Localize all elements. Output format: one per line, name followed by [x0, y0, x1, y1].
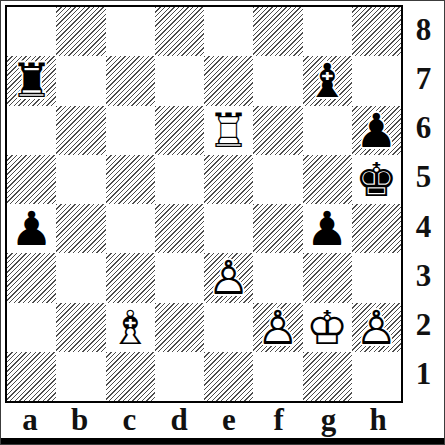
square-f8[interactable]: [253, 7, 302, 56]
square-d3[interactable]: [155, 253, 204, 302]
rank-label-6: 6: [403, 104, 444, 153]
black-pawn-glyph: ♟: [7, 204, 56, 253]
square-g2[interactable]: ♚♔: [303, 303, 352, 352]
square-c4[interactable]: [106, 204, 155, 253]
square-g6[interactable]: [303, 106, 352, 155]
rank-label-5: 5: [403, 153, 444, 202]
square-c3[interactable]: [106, 253, 155, 302]
square-b1[interactable]: [56, 352, 105, 401]
file-label-b: b: [55, 403, 105, 437]
square-b6[interactable]: [56, 106, 105, 155]
rank-label-8: 8: [403, 5, 444, 54]
square-c8[interactable]: [106, 7, 155, 56]
white-bishop-outline-glyph: ♗: [106, 303, 155, 352]
square-c1[interactable]: [106, 352, 155, 401]
square-c7[interactable]: [106, 56, 155, 105]
square-h2[interactable]: ♟♙: [352, 303, 401, 352]
square-d5[interactable]: [155, 155, 204, 204]
white-pawn[interactable]: ♟♙: [352, 303, 401, 352]
bottom-divider-bar: [0, 438, 445, 445]
white-pawn-outline-glyph: ♙: [253, 303, 302, 352]
square-a2[interactable]: [7, 303, 56, 352]
rank-label-4: 4: [403, 202, 444, 251]
square-b2[interactable]: [56, 303, 105, 352]
square-e2[interactable]: [204, 303, 253, 352]
square-h8[interactable]: [352, 7, 401, 56]
square-c6[interactable]: [106, 106, 155, 155]
square-h4[interactable]: [352, 204, 401, 253]
square-f3[interactable]: [253, 253, 302, 302]
square-c5[interactable]: [106, 155, 155, 204]
board: ♜♝♜♖♟♚♟♟♟♙♝♗♟♙♚♔♟♙: [5, 5, 403, 403]
square-e8[interactable]: [204, 7, 253, 56]
square-g4[interactable]: ♟: [303, 204, 352, 253]
black-rook[interactable]: ♜: [7, 56, 56, 105]
square-b5[interactable]: [56, 155, 105, 204]
square-a8[interactable]: [7, 7, 56, 56]
file-label-a: a: [5, 403, 55, 437]
white-pawn[interactable]: ♟♙: [253, 303, 302, 352]
square-c2[interactable]: ♝♗: [106, 303, 155, 352]
square-f2[interactable]: ♟♙: [253, 303, 302, 352]
square-b4[interactable]: [56, 204, 105, 253]
file-label-d: d: [154, 403, 204, 437]
white-pawn-outline-glyph: ♙: [204, 253, 253, 302]
square-f1[interactable]: [253, 352, 302, 401]
square-a5[interactable]: [7, 155, 56, 204]
square-e5[interactable]: [204, 155, 253, 204]
black-pawn-glyph: ♟: [303, 204, 352, 253]
square-d2[interactable]: [155, 303, 204, 352]
square-g1[interactable]: [303, 352, 352, 401]
file-label-e: e: [204, 403, 254, 437]
white-rook-outline-glyph: ♖: [204, 106, 253, 155]
file-label-g: g: [304, 403, 354, 437]
black-pawn[interactable]: ♟: [7, 204, 56, 253]
square-a4[interactable]: ♟: [7, 204, 56, 253]
square-f7[interactable]: [253, 56, 302, 105]
square-e1[interactable]: [204, 352, 253, 401]
square-b8[interactable]: [56, 7, 105, 56]
file-label-c: c: [105, 403, 155, 437]
square-d4[interactable]: [155, 204, 204, 253]
white-pawn-outline-glyph: ♙: [352, 303, 401, 352]
square-h7[interactable]: [352, 56, 401, 105]
white-rook[interactable]: ♜♖: [204, 106, 253, 155]
square-f5[interactable]: [253, 155, 302, 204]
square-g5[interactable]: [303, 155, 352, 204]
square-a1[interactable]: [7, 352, 56, 401]
square-h6[interactable]: ♟: [352, 106, 401, 155]
square-g7[interactable]: ♝: [303, 56, 352, 105]
square-e4[interactable]: [204, 204, 253, 253]
square-h1[interactable]: [352, 352, 401, 401]
square-b3[interactable]: [56, 253, 105, 302]
square-d7[interactable]: [155, 56, 204, 105]
white-king-outline-glyph: ♔: [303, 303, 352, 352]
rank-label-2: 2: [403, 301, 444, 350]
square-e7[interactable]: [204, 56, 253, 105]
black-bishop-glyph: ♝: [303, 56, 352, 105]
square-e3[interactable]: ♟♙: [204, 253, 253, 302]
black-rook-glyph: ♜: [7, 56, 56, 105]
square-d8[interactable]: [155, 7, 204, 56]
black-pawn[interactable]: ♟: [352, 106, 401, 155]
square-d6[interactable]: [155, 106, 204, 155]
rank-labels: 8 7 6 5 4 3 2 1: [403, 5, 444, 399]
black-king-glyph: ♚: [352, 155, 401, 204]
square-e6[interactable]: ♜♖: [204, 106, 253, 155]
square-g8[interactable]: [303, 7, 352, 56]
rank-label-1: 1: [403, 350, 444, 399]
black-bishop[interactable]: ♝: [303, 56, 352, 105]
black-king[interactable]: ♚: [352, 155, 401, 204]
white-pawn[interactable]: ♟♙: [204, 253, 253, 302]
square-f6[interactable]: [253, 106, 302, 155]
white-king[interactable]: ♚♔: [303, 303, 352, 352]
file-label-f: f: [254, 403, 304, 437]
black-pawn[interactable]: ♟: [303, 204, 352, 253]
black-pawn-glyph: ♟: [352, 106, 401, 155]
square-d1[interactable]: [155, 352, 204, 401]
rank-label-3: 3: [403, 251, 444, 300]
square-a6[interactable]: [7, 106, 56, 155]
file-labels: a b c d e f g h: [5, 403, 403, 437]
rank-label-7: 7: [403, 54, 444, 103]
square-a3[interactable]: [7, 253, 56, 302]
file-label-h: h: [353, 403, 403, 437]
square-h3[interactable]: [352, 253, 401, 302]
chess-diagram: ♜♝♜♖♟♚♟♟♟♙♝♗♟♙♚♔♟♙ 8 7 6 5 4 3 2 1 a b c…: [0, 0, 445, 445]
square-h5[interactable]: ♚: [352, 155, 401, 204]
square-b7[interactable]: [56, 56, 105, 105]
square-f4[interactable]: [253, 204, 302, 253]
square-a7[interactable]: ♜: [7, 56, 56, 105]
square-g3[interactable]: [303, 253, 352, 302]
white-bishop[interactable]: ♝♗: [106, 303, 155, 352]
